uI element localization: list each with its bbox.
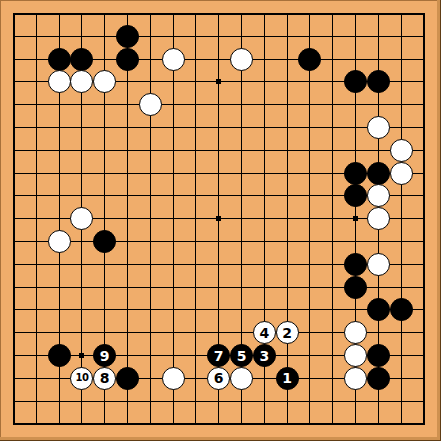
white-stone: [367, 253, 390, 276]
white-stone: [367, 116, 390, 139]
black-stone-move-1: 1: [276, 367, 299, 390]
move-number-label: 10: [75, 373, 88, 383]
move-number-label: 5: [237, 349, 247, 363]
black-stone-move-9: 9: [93, 344, 116, 367]
black-stone: [344, 276, 367, 299]
white-stone: [70, 70, 93, 93]
black-stone-move-7: 7: [207, 344, 230, 367]
black-stone: [48, 344, 71, 367]
white-stone: [230, 48, 253, 71]
black-stone-move-3: 3: [253, 344, 276, 367]
move-number-label: 9: [100, 349, 110, 363]
black-stone: [367, 367, 390, 390]
white-stone-move-8: 8: [93, 367, 116, 390]
black-stone: [116, 367, 139, 390]
black-stone: [367, 162, 390, 185]
move-number-label: 1: [282, 371, 292, 385]
white-stone: [390, 162, 413, 185]
black-stone: [116, 25, 139, 48]
black-stone: [344, 184, 367, 207]
move-number-label: 2: [282, 326, 292, 340]
black-stone: [48, 48, 71, 71]
white-stone: [139, 93, 162, 116]
white-stone: [162, 367, 185, 390]
white-stone: [367, 207, 390, 230]
black-stone: [70, 48, 93, 71]
white-stone: [344, 367, 367, 390]
white-stone: [390, 139, 413, 162]
white-stone: [93, 70, 116, 93]
white-stone: [344, 321, 367, 344]
go-board: 42975310861: [0, 0, 441, 441]
black-stone: [93, 230, 116, 253]
white-stone: [48, 70, 71, 93]
white-stone: [230, 367, 253, 390]
move-number-label: 4: [259, 326, 269, 340]
move-number-label: 3: [259, 349, 269, 363]
white-stone: [367, 184, 390, 207]
black-stone: [116, 48, 139, 71]
move-number-label: 7: [214, 349, 224, 363]
black-stone: [344, 253, 367, 276]
move-number-label: 8: [100, 371, 110, 385]
white-stone-move-4: 4: [253, 321, 276, 344]
white-stone: [70, 207, 93, 230]
white-stone-move-10: 10: [70, 367, 93, 390]
black-stone: [390, 298, 413, 321]
black-stone: [367, 344, 390, 367]
black-stone: [298, 48, 321, 71]
black-stone: [367, 298, 390, 321]
white-stone: [344, 344, 367, 367]
black-stone: [344, 70, 367, 93]
move-number-label: 6: [214, 371, 224, 385]
white-stone-move-6: 6: [207, 367, 230, 390]
white-stone: [48, 230, 71, 253]
black-stone-move-5: 5: [230, 344, 253, 367]
stones-layer: 42975310861: [0, 0, 441, 441]
white-stone: [162, 48, 185, 71]
white-stone-move-2: 2: [276, 321, 299, 344]
black-stone: [344, 162, 367, 185]
black-stone: [367, 70, 390, 93]
